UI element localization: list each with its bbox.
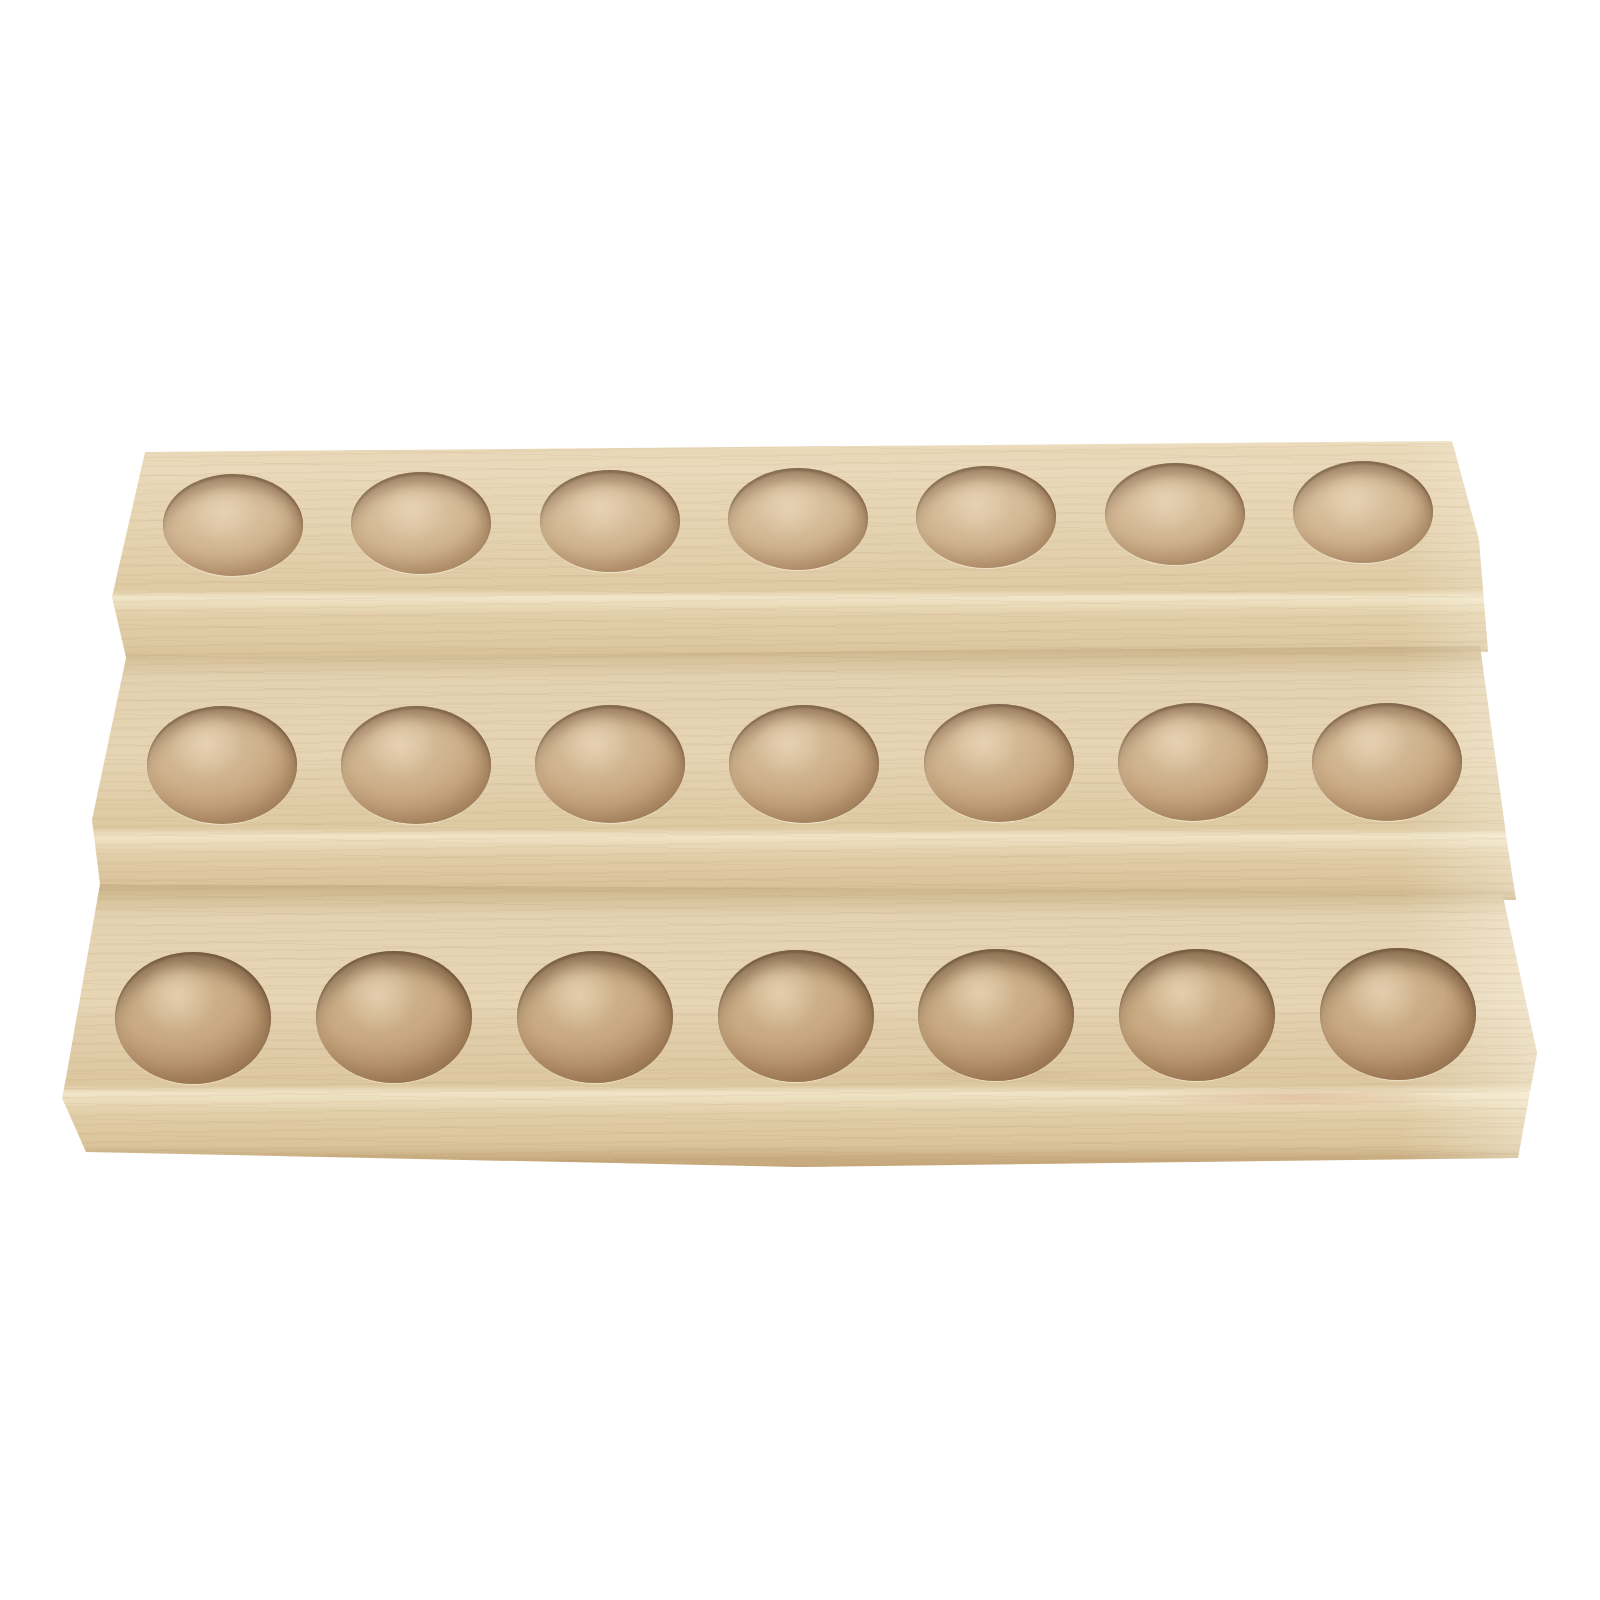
wooden-rack (0, 0, 1600, 1600)
pit-r1-c4 (728, 468, 868, 570)
pit-r1-c7 (1293, 461, 1433, 563)
pit-r3-c6 (1119, 949, 1275, 1081)
pit-r1-c2 (351, 472, 491, 574)
pit-r3-c3 (517, 951, 673, 1083)
pit-r1-c3 (540, 470, 680, 572)
pit-r2-c1 (147, 706, 297, 824)
pit-r2-c4 (729, 705, 879, 823)
pit-r2-c3 (535, 705, 685, 823)
pit-r3-c2 (316, 951, 472, 1083)
pit-r1-c6 (1105, 463, 1245, 565)
pit-r2-c5 (924, 704, 1074, 822)
pit-r3-c1 (115, 952, 271, 1084)
pit-r1-c1 (163, 474, 303, 576)
product-photo-canvas (0, 0, 1600, 1600)
pit-r2-c2 (341, 706, 491, 824)
pit-r1-c5 (916, 466, 1056, 568)
pit-r3-c7 (1320, 948, 1476, 1080)
pit-r3-c4 (718, 950, 874, 1082)
pit-r2-c7 (1312, 703, 1462, 821)
pit-r3-c5 (918, 949, 1074, 1081)
pit-r2-c6 (1118, 703, 1268, 821)
